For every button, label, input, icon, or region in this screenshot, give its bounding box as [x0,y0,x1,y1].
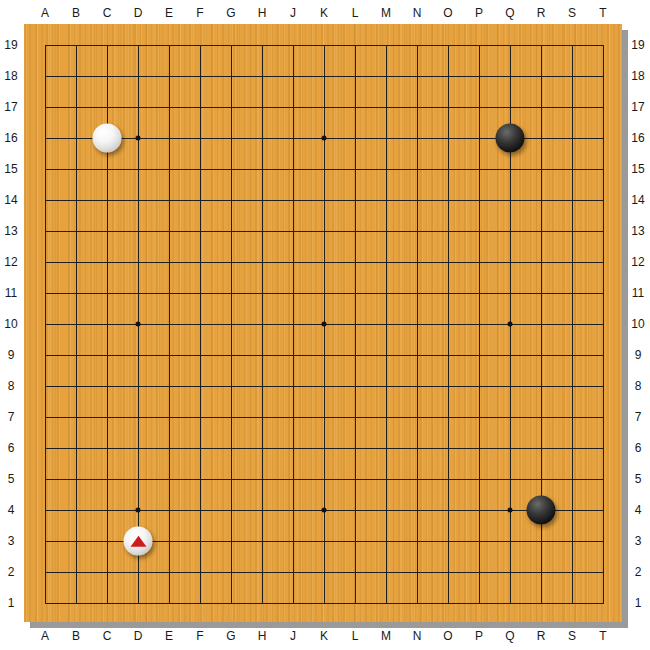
row-label-left: 11 [5,287,17,299]
column-label-top: L [352,7,359,19]
star-point [508,322,513,327]
star-point [322,136,327,141]
column-label-top: C [103,7,112,19]
column-label-top: B [72,7,80,19]
row-label-left: 15 [4,163,17,175]
row-label-right: 10 [631,318,644,330]
column-label-bottom: Q [505,630,514,642]
grid-line-vertical [448,45,449,604]
row-label-left: 6 [8,442,15,454]
row-label-right: 4 [635,504,642,516]
row-label-left: 7 [8,411,15,423]
row-label-right: 12 [631,256,644,268]
column-label-top: K [320,7,328,19]
column-label-bottom: C [103,630,112,642]
column-label-top: G [226,7,235,19]
row-label-right: 18 [631,70,644,82]
row-label-right: 8 [635,380,642,392]
row-label-left: 12 [4,256,17,268]
column-label-top: S [568,7,576,19]
column-label-bottom: E [165,630,173,642]
grid-line-horizontal [45,448,604,449]
row-label-right: 19 [631,39,644,51]
column-label-top: P [475,7,483,19]
row-label-left: 1 [8,597,15,609]
grid-line-horizontal [45,417,604,418]
column-label-bottom: A [41,630,49,642]
column-label-bottom: G [226,630,235,642]
grid-line-horizontal [45,572,604,573]
column-label-bottom: J [290,630,296,642]
column-label-bottom: D [134,630,143,642]
column-label-top: M [381,7,391,19]
black-stone[interactable] [496,124,525,153]
row-label-left: 14 [4,194,17,206]
grid-line-vertical [386,45,387,604]
grid-line-horizontal [45,479,604,480]
column-label-bottom: M [381,630,391,642]
black-stone[interactable] [527,496,556,525]
column-label-top: Q [505,7,514,19]
star-point [508,508,513,513]
row-label-right: 15 [631,163,644,175]
row-label-right: 11 [632,287,644,299]
triangle-marker-icon [130,535,146,546]
grid-line-vertical [355,45,356,604]
star-point [136,136,141,141]
row-label-left: 17 [4,101,17,113]
go-board[interactable] [24,24,622,622]
grid-line-horizontal [45,603,604,604]
row-label-left: 19 [4,39,17,51]
grid-line-horizontal [45,386,604,387]
star-point [136,322,141,327]
column-label-bottom: F [196,630,203,642]
row-label-right: 6 [635,442,642,454]
go-board-diagram: AABBCCDDEEFFGGHHJJKKLLMMNNOOPPQQRRSSTT19… [0,0,650,650]
row-label-right: 2 [635,566,642,578]
star-point [322,322,327,327]
column-label-bottom: P [475,630,483,642]
grid-line-horizontal [45,355,604,356]
column-label-bottom: S [568,630,576,642]
white-stone[interactable] [93,124,122,153]
row-label-left: 18 [4,70,17,82]
column-label-bottom: L [352,630,359,642]
star-point [322,508,327,513]
star-point [136,508,141,513]
column-label-bottom: B [72,630,80,642]
grid-line-vertical [572,45,573,604]
row-label-left: 9 [8,349,15,361]
row-label-right: 5 [635,473,642,485]
row-label-left: 10 [4,318,17,330]
column-label-bottom: K [320,630,328,642]
row-label-right: 7 [635,411,642,423]
row-label-right: 16 [631,132,644,144]
column-label-top: H [258,7,267,19]
row-label-left: 3 [8,535,15,547]
column-label-bottom: T [599,630,606,642]
column-label-top: D [134,7,143,19]
column-label-top: T [599,7,606,19]
row-label-left: 2 [8,566,15,578]
column-label-top: A [41,7,49,19]
column-label-top: F [196,7,203,19]
column-label-bottom: H [258,630,267,642]
column-label-top: O [443,7,452,19]
column-label-bottom: N [413,630,422,642]
row-label-right: 9 [635,349,642,361]
column-label-bottom: O [443,630,452,642]
row-label-right: 14 [631,194,644,206]
grid-line-vertical [479,45,480,604]
grid-line-vertical [417,45,418,604]
row-label-right: 3 [635,535,642,547]
row-label-left: 4 [8,504,15,516]
grid-line-vertical [603,45,604,604]
column-label-top: J [290,7,296,19]
white-stone[interactable] [124,527,153,556]
row-label-left: 8 [8,380,15,392]
row-label-right: 1 [635,597,642,609]
row-label-left: 16 [4,132,17,144]
column-label-top: E [165,7,173,19]
column-label-top: R [537,7,546,19]
row-label-right: 13 [631,225,644,237]
row-label-left: 13 [4,225,17,237]
row-label-left: 5 [8,473,15,485]
column-label-bottom: R [537,630,546,642]
column-label-top: N [413,7,422,19]
row-label-right: 17 [631,101,644,113]
